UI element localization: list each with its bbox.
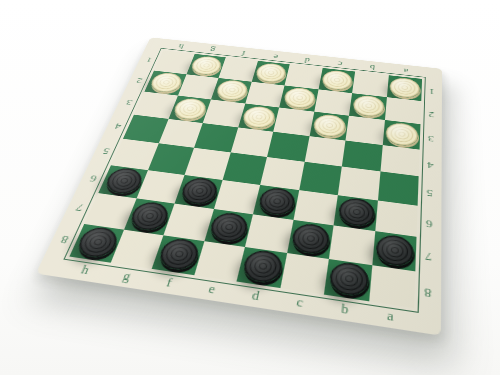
white-checker-b2[interactable] bbox=[352, 94, 385, 118]
black-checker-d6[interactable] bbox=[256, 186, 296, 217]
white-checker-e3[interactable] bbox=[241, 105, 277, 130]
white-checker-d2[interactable] bbox=[282, 86, 316, 109]
coord-right-8: 8 bbox=[414, 271, 441, 312]
coord-right-1: 1 bbox=[421, 79, 442, 103]
white-checker-c1[interactable] bbox=[321, 69, 353, 91]
white-checker-f2[interactable] bbox=[214, 79, 250, 102]
black-checker-c7[interactable] bbox=[290, 222, 331, 256]
product-photo-scene: hhggffeeddccbbaa1122334455667788 bbox=[0, 0, 500, 375]
white-checker-e1[interactable] bbox=[254, 62, 288, 83]
black-checker-f6[interactable] bbox=[178, 176, 220, 206]
square-d8[interactable] bbox=[236, 247, 286, 288]
white-checker-a1[interactable] bbox=[389, 76, 420, 98]
black-checker-a7[interactable] bbox=[375, 233, 414, 268]
black-checker-b8[interactable] bbox=[328, 261, 370, 299]
vinyl-board-mat: hhggffeeddccbbaa1122334455667788 bbox=[36, 37, 442, 335]
black-checker-e7[interactable] bbox=[208, 211, 251, 244]
coord-right-3: 3 bbox=[420, 124, 442, 152]
coord-right-5: 5 bbox=[418, 176, 442, 208]
black-checker-f8[interactable] bbox=[156, 237, 202, 272]
board-grid: hhggffeeddccbbaa1122334455667788 bbox=[36, 37, 442, 335]
coord-right-7: 7 bbox=[415, 237, 441, 275]
white-checker-g1[interactable] bbox=[189, 55, 224, 76]
coord-right-2: 2 bbox=[420, 101, 441, 127]
white-checker-a3[interactable] bbox=[385, 121, 419, 147]
coord-right-6: 6 bbox=[417, 205, 442, 240]
white-checker-g3[interactable] bbox=[171, 97, 209, 121]
coord-right-4: 4 bbox=[419, 149, 442, 179]
black-checker-d8[interactable] bbox=[240, 249, 284, 285]
square-c8[interactable] bbox=[280, 252, 329, 294]
white-checker-c3[interactable] bbox=[312, 113, 347, 138]
square-b8[interactable] bbox=[324, 259, 372, 302]
black-checker-b6[interactable] bbox=[337, 197, 376, 229]
square-a8[interactable] bbox=[369, 265, 416, 308]
